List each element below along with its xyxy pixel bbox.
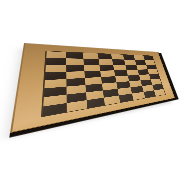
square-a1: [43, 103, 67, 116]
chessboard-product-photo: [0, 0, 189, 189]
square-c1: [87, 98, 105, 109]
square-e1: [119, 94, 134, 103]
square-d1: [104, 95, 120, 105]
square-b1: [67, 100, 88, 112]
square-h1: [154, 89, 165, 96]
